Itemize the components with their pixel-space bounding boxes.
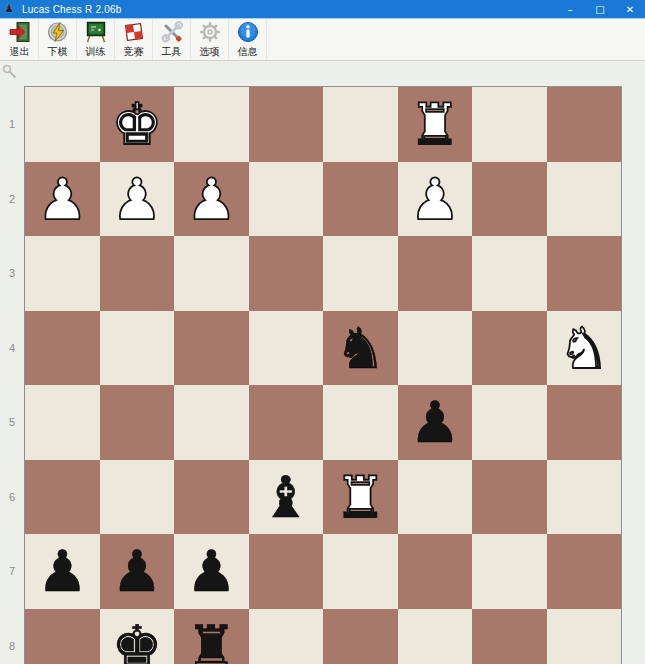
square-h7[interactable]: ♟ [25, 534, 100, 609]
white-pawn[interactable]: ♟ [37, 162, 88, 237]
square-g5[interactable] [100, 385, 175, 460]
square-a7[interactable] [547, 534, 622, 609]
white-pawn[interactable]: ♟ [409, 162, 460, 237]
rank-label-8: 8 [4, 640, 20, 652]
toolbar-item-label: 信息 [238, 45, 258, 59]
white-king[interactable]: ♚ [111, 87, 162, 162]
square-e2[interactable] [249, 162, 324, 237]
square-g2[interactable]: ♟ [100, 162, 175, 237]
square-a5[interactable] [547, 385, 622, 460]
play-coin-icon [46, 20, 70, 44]
square-a3[interactable] [547, 236, 622, 311]
square-g3[interactable] [100, 236, 175, 311]
info-button[interactable]: 信息 [229, 19, 267, 60]
square-d5[interactable] [323, 385, 398, 460]
maximize-button[interactable]: □ [585, 0, 615, 18]
square-h5[interactable] [25, 385, 100, 460]
square-e8[interactable] [249, 609, 324, 664]
black-rook[interactable]: ♜ [186, 609, 237, 664]
square-e4[interactable] [249, 311, 324, 386]
tools-icon [160, 20, 184, 44]
content-area: ♚♜♟♟♟♟♞♞♟♝♜♟♟♟♚♜ 12345678 [0, 62, 645, 664]
square-f2[interactable]: ♟ [174, 162, 249, 237]
square-b3[interactable] [472, 236, 547, 311]
app-pawn-icon: ♟ [4, 0, 18, 18]
exit-door-icon [8, 20, 32, 44]
square-d8[interactable] [323, 609, 398, 664]
toolbar-item-label: 下棋 [48, 45, 68, 59]
square-h3[interactable] [25, 236, 100, 311]
square-c1[interactable]: ♜ [398, 87, 473, 162]
square-b2[interactable] [472, 162, 547, 237]
black-pawn[interactable]: ♟ [409, 385, 460, 460]
square-e1[interactable] [249, 87, 324, 162]
toolbar-item-label: 竞赛 [124, 45, 144, 59]
black-knight[interactable]: ♞ [335, 311, 386, 386]
square-g6[interactable] [100, 460, 175, 535]
square-c7[interactable] [398, 534, 473, 609]
white-rook[interactable]: ♜ [335, 460, 386, 535]
square-b6[interactable] [472, 460, 547, 535]
square-c4[interactable] [398, 311, 473, 386]
square-b5[interactable] [472, 385, 547, 460]
options-button[interactable]: 选项 [191, 19, 229, 60]
black-pawn[interactable]: ♟ [186, 534, 237, 609]
square-h4[interactable] [25, 311, 100, 386]
toolbar-item-label: 退出 [10, 45, 30, 59]
square-c8[interactable] [398, 609, 473, 664]
square-g7[interactable]: ♟ [100, 534, 175, 609]
black-pawn[interactable]: ♟ [111, 534, 162, 609]
toolbar-item-label: 训练 [86, 45, 106, 59]
square-f7[interactable]: ♟ [174, 534, 249, 609]
tools-button[interactable]: 工具 [153, 19, 191, 60]
white-pawn[interactable]: ♟ [186, 162, 237, 237]
square-f8[interactable]: ♜ [174, 609, 249, 664]
rank-label-4: 4 [4, 342, 20, 354]
play-button[interactable]: 下棋 [39, 19, 77, 60]
white-pawn[interactable]: ♟ [111, 162, 162, 237]
white-knight[interactable]: ♞ [558, 311, 609, 386]
square-f5[interactable] [174, 385, 249, 460]
app-window: ♟ Lucas Chess R 2.06b – □ ✕ 退出 [0, 0, 645, 664]
exit-button[interactable]: 退出 [1, 19, 39, 60]
square-d1[interactable] [323, 87, 398, 162]
square-c6[interactable] [398, 460, 473, 535]
rank-label-7: 7 [4, 565, 20, 577]
square-h2[interactable]: ♟ [25, 162, 100, 237]
square-f4[interactable] [174, 311, 249, 386]
toolbar-item-label: 选项 [200, 45, 220, 59]
compete-checker-icon [122, 20, 146, 44]
square-h6[interactable] [25, 460, 100, 535]
black-king[interactable]: ♚ [111, 609, 162, 664]
close-button[interactable]: ✕ [615, 0, 645, 18]
rank-label-2: 2 [4, 193, 20, 205]
rank-label-1: 1 [4, 118, 20, 130]
minimize-button[interactable]: – [555, 0, 585, 18]
square-h1[interactable] [25, 87, 100, 162]
square-g1[interactable]: ♚ [100, 87, 175, 162]
square-e3[interactable] [249, 236, 324, 311]
chess-board: ♚♜♟♟♟♟♞♞♟♝♜♟♟♟♚♜ [24, 86, 622, 664]
options-gear-icon [198, 20, 222, 44]
square-f6[interactable] [174, 460, 249, 535]
square-e6[interactable]: ♝ [249, 460, 324, 535]
square-a1[interactable] [547, 87, 622, 162]
square-a6[interactable] [547, 460, 622, 535]
black-pawn[interactable]: ♟ [37, 534, 88, 609]
square-b8[interactable] [472, 609, 547, 664]
toolbar: 退出 下棋 [0, 18, 645, 61]
white-rook[interactable]: ♜ [409, 87, 460, 162]
info-icon [236, 20, 260, 44]
square-c5[interactable]: ♟ [398, 385, 473, 460]
square-a4[interactable]: ♞ [547, 311, 622, 386]
compete-button[interactable]: 竞赛 [115, 19, 153, 60]
square-a8[interactable] [547, 609, 622, 664]
black-bishop[interactable]: ♝ [260, 460, 311, 535]
square-c2[interactable]: ♟ [398, 162, 473, 237]
square-h8[interactable] [25, 609, 100, 664]
square-b4[interactable] [472, 311, 547, 386]
square-d7[interactable] [323, 534, 398, 609]
window-title: Lucas Chess R 2.06b [22, 4, 555, 15]
titlebar: ♟ Lucas Chess R 2.06b – □ ✕ [0, 0, 645, 18]
square-b1[interactable] [472, 87, 547, 162]
square-c3[interactable] [398, 236, 473, 311]
rank-label-5: 5 [4, 416, 20, 428]
square-d3[interactable] [323, 236, 398, 311]
toolbar-item-label: 工具 [162, 45, 182, 59]
square-f3[interactable] [174, 236, 249, 311]
square-d4[interactable]: ♞ [323, 311, 398, 386]
square-g8[interactable]: ♚ [100, 609, 175, 664]
square-a2[interactable] [547, 162, 622, 237]
rank-label-6: 6 [4, 491, 20, 503]
square-e5[interactable] [249, 385, 324, 460]
square-g4[interactable] [100, 311, 175, 386]
training-board-icon [84, 20, 108, 44]
training-button[interactable]: 训练 [77, 19, 115, 60]
square-e7[interactable] [249, 534, 324, 609]
square-b7[interactable] [472, 534, 547, 609]
square-f1[interactable] [174, 87, 249, 162]
square-d2[interactable] [323, 162, 398, 237]
square-d6[interactable]: ♜ [323, 460, 398, 535]
rank-label-3: 3 [4, 267, 20, 279]
magnifier-icon [2, 64, 17, 79]
